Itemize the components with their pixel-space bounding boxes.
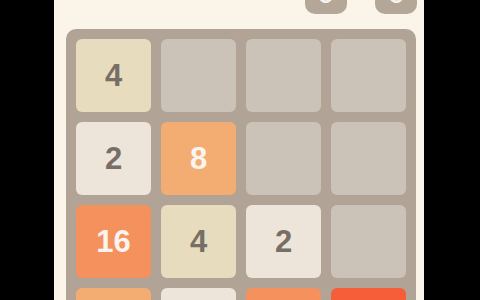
tile-64: 64 — [331, 288, 406, 300]
tile-16: 16 — [76, 205, 151, 278]
tile-8: 8 — [161, 122, 236, 195]
tile-8: 8 — [76, 288, 151, 300]
undo-icon: ↺ — [317, 0, 335, 8]
empty-cell — [331, 39, 406, 112]
empty-cell — [246, 122, 321, 195]
game-2048-app: ↺ ↻ 4281642821664 — [54, 0, 424, 300]
tile-2: 2 — [246, 205, 321, 278]
tile-4: 4 — [161, 205, 236, 278]
undo-button[interactable]: ↺ — [305, 0, 347, 14]
tile-16: 16 — [246, 288, 321, 300]
tile-2: 2 — [76, 122, 151, 195]
restart-button[interactable]: ↻ — [375, 0, 417, 14]
empty-cell — [331, 122, 406, 195]
empty-cell — [331, 205, 406, 278]
empty-cell — [246, 39, 321, 112]
restart-icon: ↻ — [387, 0, 405, 8]
board-2048[interactable]: 4281642821664 — [66, 29, 416, 300]
empty-cell — [161, 39, 236, 112]
tile-4: 4 — [76, 39, 151, 112]
tile-2: 2 — [161, 288, 236, 300]
